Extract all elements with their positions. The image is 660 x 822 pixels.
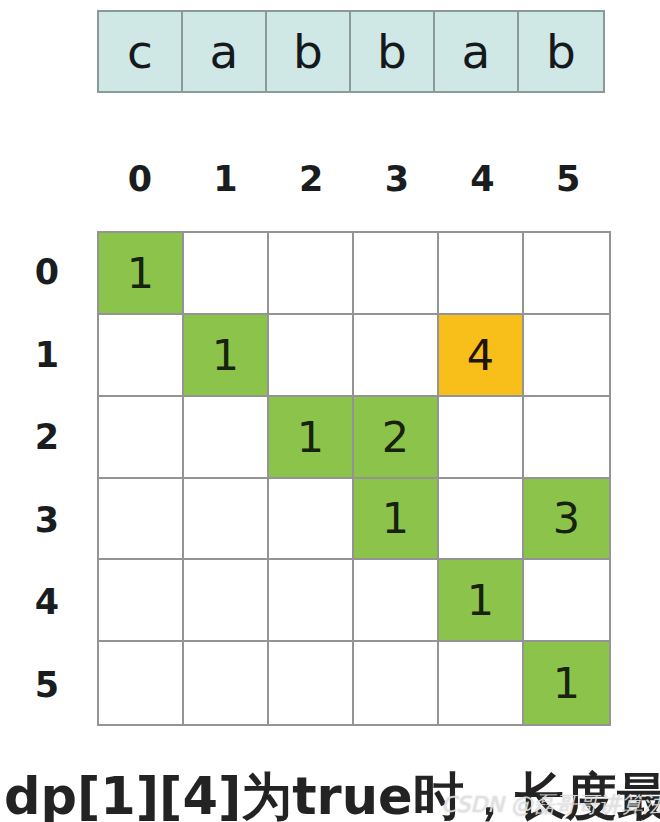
dp-cell bbox=[524, 560, 609, 642]
dp-cell: 1 bbox=[524, 642, 609, 724]
dp-grid: 114121311 bbox=[97, 231, 611, 726]
dp-cell: 1 bbox=[354, 479, 439, 561]
dp-cell: 2 bbox=[354, 397, 439, 479]
dp-cell bbox=[184, 479, 269, 561]
dp-cell bbox=[99, 560, 184, 642]
dp-cell bbox=[439, 397, 524, 479]
col-header: 2 bbox=[268, 153, 354, 205]
dp-cell bbox=[269, 315, 354, 397]
dp-cell bbox=[524, 397, 609, 479]
dp-cell bbox=[184, 233, 269, 315]
dp-cell bbox=[354, 560, 439, 642]
dp-cell: 4 bbox=[439, 315, 524, 397]
dp-cell bbox=[354, 315, 439, 397]
col-header: 3 bbox=[354, 153, 440, 205]
watermark: CSDN @磊哥哥讲算法 bbox=[441, 790, 660, 820]
dp-cell bbox=[184, 560, 269, 642]
dp-visualization: cabbab 012345 012345 114121311 dp[1][4]为… bbox=[0, 0, 660, 822]
dp-cell bbox=[269, 560, 354, 642]
string-strip: cabbab bbox=[97, 10, 605, 93]
row-header: 4 bbox=[16, 561, 78, 644]
dp-cell bbox=[99, 642, 184, 724]
dp-cell bbox=[439, 479, 524, 561]
col-header: 1 bbox=[183, 153, 269, 205]
col-header: 4 bbox=[440, 153, 526, 205]
dp-cell bbox=[524, 315, 609, 397]
row-header: 0 bbox=[16, 231, 78, 314]
string-char: c bbox=[99, 12, 183, 91]
dp-cell bbox=[439, 233, 524, 315]
column-headers: 012345 bbox=[97, 153, 611, 205]
string-char: a bbox=[183, 12, 267, 91]
string-char: b bbox=[267, 12, 351, 91]
dp-cell bbox=[99, 397, 184, 479]
col-header: 0 bbox=[97, 153, 183, 205]
dp-cell bbox=[439, 642, 524, 724]
row-header: 2 bbox=[16, 396, 78, 479]
col-header: 5 bbox=[525, 153, 611, 205]
dp-cell: 1 bbox=[269, 397, 354, 479]
string-char: b bbox=[519, 12, 603, 91]
dp-cell bbox=[354, 642, 439, 724]
dp-cell bbox=[524, 233, 609, 315]
string-char: a bbox=[435, 12, 519, 91]
dp-cell bbox=[354, 233, 439, 315]
dp-cell: 1 bbox=[439, 560, 524, 642]
dp-cell bbox=[269, 233, 354, 315]
dp-cell: 1 bbox=[184, 315, 269, 397]
dp-cell bbox=[184, 397, 269, 479]
dp-cell: 1 bbox=[99, 233, 184, 315]
dp-cell bbox=[269, 479, 354, 561]
row-header: 1 bbox=[16, 314, 78, 397]
dp-cell bbox=[99, 479, 184, 561]
dp-cell bbox=[184, 642, 269, 724]
dp-cell bbox=[269, 642, 354, 724]
dp-cell: 3 bbox=[524, 479, 609, 561]
string-char: b bbox=[351, 12, 435, 91]
row-header: 3 bbox=[16, 479, 78, 562]
row-header: 5 bbox=[16, 644, 78, 727]
row-headers: 012345 bbox=[16, 231, 78, 726]
dp-cell bbox=[99, 315, 184, 397]
